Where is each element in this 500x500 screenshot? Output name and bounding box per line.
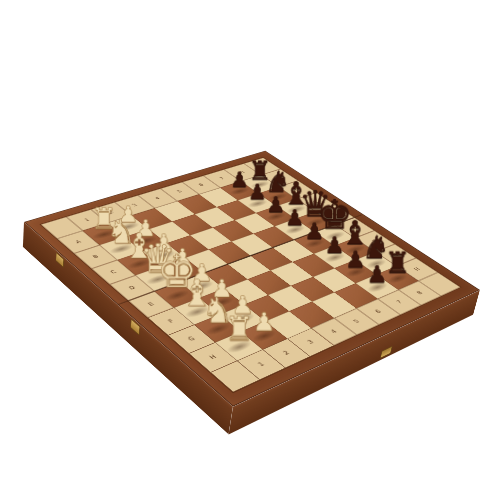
white-pawn[interactable]: ♟ (253, 310, 276, 335)
black-pawn[interactable]: ♟ (266, 194, 285, 216)
chess-set-photo: 12345678A♜♟♟♜AB♞♟♟♞BC♝♟♟♝CD♛♟♟♛DE♚♟♟♚EF♝… (0, 0, 500, 500)
black-pawn[interactable]: ♟ (345, 248, 366, 271)
black-pawn[interactable]: ♟ (367, 263, 388, 286)
black-pawn[interactable]: ♟ (230, 170, 249, 191)
black-rook[interactable]: ♜ (384, 249, 410, 278)
board-surface: 12345678A♜♟♟♜AB♞♟♟♞BC♝♟♟♝CD♛♟♟♛DE♚♟♟♚EF♝… (41, 158, 461, 392)
white-rook[interactable]: ♜ (224, 313, 253, 346)
black-pawn[interactable]: ♟ (248, 182, 267, 203)
brass-clasp (380, 346, 393, 359)
black-pawn[interactable]: ♟ (324, 234, 344, 257)
black-pawn[interactable]: ♟ (285, 207, 305, 229)
board-frame: 12345678A♜♟♟♜AB♞♟♟♞BC♝♟♟♝CD♛♟♟♛DE♚♟♟♚EF♝… (24, 151, 480, 407)
chess-board: 12345678A♜♟♟♜AB♞♟♟♞BC♝♟♟♝CD♛♟♟♛DE♚♟♟♚EF♝… (24, 151, 480, 407)
black-pawn[interactable]: ♟ (304, 221, 324, 243)
